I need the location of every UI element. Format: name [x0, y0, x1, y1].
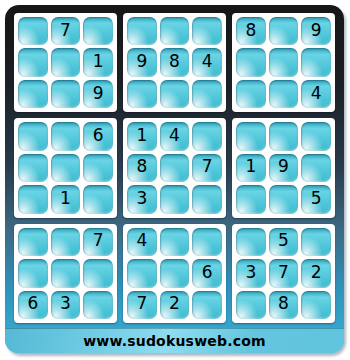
sudoku-cell-r7c8[interactable]: 5	[269, 228, 299, 256]
sudoku-cell-r9c4[interactable]: 7	[127, 291, 157, 319]
sudoku-cell-r7c9[interactable]	[301, 228, 331, 256]
box-4: 61	[14, 118, 117, 217]
sudoku-cell-r5c8[interactable]: 9	[269, 154, 299, 182]
box-9: 53728	[232, 224, 335, 323]
sudoku-cell-r5c7[interactable]: 1	[236, 154, 266, 182]
sudoku-cell-r7c7[interactable]	[236, 228, 266, 256]
sudoku-cell-r6c4[interactable]: 3	[127, 185, 157, 213]
sudoku-cell-r3c3[interactable]: 9	[83, 80, 113, 108]
sudoku-cell-r2c2[interactable]	[51, 48, 81, 76]
sudoku-cell-r9c7[interactable]	[236, 291, 266, 319]
sudoku-cell-r6c8[interactable]	[269, 185, 299, 213]
box-8: 4672	[123, 224, 226, 323]
sudoku-cell-r3c8[interactable]	[269, 80, 299, 108]
sudoku-cell-r9c2[interactable]: 3	[51, 291, 81, 319]
sudoku-cell-r9c1[interactable]: 6	[18, 291, 48, 319]
sudoku-cell-r5c9[interactable]	[301, 154, 331, 182]
box-2: 984	[123, 13, 226, 112]
box-7: 763	[14, 224, 117, 323]
sudoku-cell-r8c6[interactable]: 6	[192, 259, 222, 287]
sudoku-cell-r1c1[interactable]	[18, 17, 48, 45]
sudoku-cell-r8c7[interactable]: 3	[236, 259, 266, 287]
sudoku-cell-r7c3[interactable]: 7	[83, 228, 113, 256]
sudoku-board: 7199848946114873195763467253728 www.sudo…	[5, 5, 344, 353]
box-1: 719	[14, 13, 117, 112]
sudoku-cell-r3c4[interactable]	[127, 80, 157, 108]
sudoku-cell-r3c5[interactable]	[160, 80, 190, 108]
sudoku-cell-r7c2[interactable]	[51, 228, 81, 256]
sudoku-cell-r9c8[interactable]: 8	[269, 291, 299, 319]
sudoku-cell-r4c8[interactable]	[269, 122, 299, 150]
sudoku-cell-r4c4[interactable]: 1	[127, 122, 157, 150]
sudoku-cell-r6c7[interactable]	[236, 185, 266, 213]
sudoku-cell-r9c5[interactable]: 2	[160, 291, 190, 319]
sudoku-cell-r4c9[interactable]	[301, 122, 331, 150]
sudoku-cell-r6c2[interactable]: 1	[51, 185, 81, 213]
sudoku-cell-r4c5[interactable]: 4	[160, 122, 190, 150]
sudoku-cell-r1c7[interactable]: 8	[236, 17, 266, 45]
board-grid: 7199848946114873195763467253728	[14, 13, 335, 323]
sudoku-cell-r1c2[interactable]: 7	[51, 17, 81, 45]
sudoku-cell-r7c4[interactable]: 4	[127, 228, 157, 256]
sudoku-cell-r3c6[interactable]	[192, 80, 222, 108]
sudoku-cell-r4c3[interactable]: 6	[83, 122, 113, 150]
sudoku-cell-r5c3[interactable]	[83, 154, 113, 182]
sudoku-cell-r5c5[interactable]	[160, 154, 190, 182]
sudoku-cell-r7c1[interactable]	[18, 228, 48, 256]
sudoku-cell-r9c3[interactable]	[83, 291, 113, 319]
sudoku-cell-r5c2[interactable]	[51, 154, 81, 182]
sudoku-cell-r8c4[interactable]	[127, 259, 157, 287]
sudoku-cell-r1c6[interactable]	[192, 17, 222, 45]
sudoku-cell-r2c9[interactable]	[301, 48, 331, 76]
sudoku-cell-r1c3[interactable]	[83, 17, 113, 45]
sudoku-cell-r1c8[interactable]	[269, 17, 299, 45]
sudoku-cell-r3c9[interactable]: 4	[301, 80, 331, 108]
box-3: 894	[232, 13, 335, 112]
sudoku-cell-r3c7[interactable]	[236, 80, 266, 108]
sudoku-cell-r6c1[interactable]	[18, 185, 48, 213]
sudoku-cell-r6c9[interactable]: 5	[301, 185, 331, 213]
sudoku-cell-r1c4[interactable]	[127, 17, 157, 45]
sudoku-cell-r3c2[interactable]	[51, 80, 81, 108]
sudoku-cell-r8c3[interactable]	[83, 259, 113, 287]
sudoku-cell-r8c1[interactable]	[18, 259, 48, 287]
sudokusweb-link[interactable]: www.sudokusweb.com	[83, 333, 266, 349]
box-6: 195	[232, 118, 335, 217]
sudoku-cell-r9c6[interactable]	[192, 291, 222, 319]
sudoku-cell-r7c5[interactable]	[160, 228, 190, 256]
sudoku-cell-r8c5[interactable]	[160, 259, 190, 287]
sudoku-cell-r8c9[interactable]: 2	[301, 259, 331, 287]
sudoku-cell-r6c6[interactable]	[192, 185, 222, 213]
sudoku-cell-r1c9[interactable]: 9	[301, 17, 331, 45]
sudoku-cell-r2c4[interactable]: 9	[127, 48, 157, 76]
sudoku-cell-r2c7[interactable]	[236, 48, 266, 76]
sudoku-cell-r5c4[interactable]: 8	[127, 154, 157, 182]
sudoku-cell-r5c6[interactable]: 7	[192, 154, 222, 182]
sudoku-cell-r8c8[interactable]: 7	[269, 259, 299, 287]
sudoku-cell-r4c7[interactable]	[236, 122, 266, 150]
sudoku-cell-r2c8[interactable]	[269, 48, 299, 76]
sudoku-cell-r3c1[interactable]	[18, 80, 48, 108]
sudoku-cell-r9c9[interactable]	[301, 291, 331, 319]
sudoku-cell-r2c5[interactable]: 8	[160, 48, 190, 76]
footer-bar: www.sudokusweb.com	[5, 328, 344, 353]
sudoku-cell-r4c1[interactable]	[18, 122, 48, 150]
sudoku-cell-r4c6[interactable]	[192, 122, 222, 150]
sudoku-cell-r6c5[interactable]	[160, 185, 190, 213]
sudoku-cell-r4c2[interactable]	[51, 122, 81, 150]
sudoku-cell-r7c6[interactable]	[192, 228, 222, 256]
sudoku-cell-r1c5[interactable]	[160, 17, 190, 45]
sudoku-cell-r2c3[interactable]: 1	[83, 48, 113, 76]
sudoku-cell-r6c3[interactable]	[83, 185, 113, 213]
sudoku-cell-r8c2[interactable]	[51, 259, 81, 287]
box-5: 14873	[123, 118, 226, 217]
sudoku-cell-r2c1[interactable]	[18, 48, 48, 76]
sudoku-cell-r2c6[interactable]: 4	[192, 48, 222, 76]
sudoku-cell-r5c1[interactable]	[18, 154, 48, 182]
